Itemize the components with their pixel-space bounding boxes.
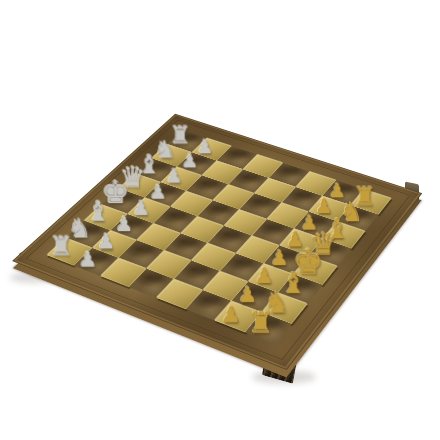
white-pawn: ♟ bbox=[166, 166, 183, 185]
white-pawn: ♟ bbox=[197, 137, 214, 156]
white-pawn: ♟ bbox=[79, 249, 98, 270]
black-rook: ♜ bbox=[248, 308, 274, 337]
white-pawn: ♟ bbox=[150, 182, 168, 202]
black-pawn: ♟ bbox=[221, 303, 241, 325]
white-pawn: ♟ bbox=[97, 231, 115, 252]
board-grid: ♜♟♟♜♞♟♟♞♝♟♟♝♛♟♟♛♚♟♟♚♝♟♟♝♞♟♟♞♜♟♟♜ bbox=[47, 130, 392, 344]
chess-board: ♜♟♟♜♞♟♟♞♝♟♟♝♛♟♟♛♚♟♟♚♝♟♟♝♞♟♟♞♜♟♟♜ bbox=[12, 114, 422, 370]
white-rook: ♜ bbox=[49, 232, 73, 259]
board-frame: ♜♟♟♜♞♟♟♞♝♟♟♝♛♟♟♛♚♟♟♚♝♟♟♝♞♟♟♞♜♟♟♜ bbox=[12, 114, 422, 370]
chess-set-photo: ♜♟♟♜♞♟♟♞♝♟♟♝♛♟♟♛♚♟♟♚♝♟♟♝♞♟♟♞♜♟♟♜ bbox=[0, 0, 440, 440]
white-pawn: ♟ bbox=[182, 151, 199, 170]
white-pawn: ♟ bbox=[133, 198, 151, 218]
white-pawn: ♟ bbox=[115, 214, 133, 234]
square-d2: ♟ bbox=[144, 182, 186, 207]
